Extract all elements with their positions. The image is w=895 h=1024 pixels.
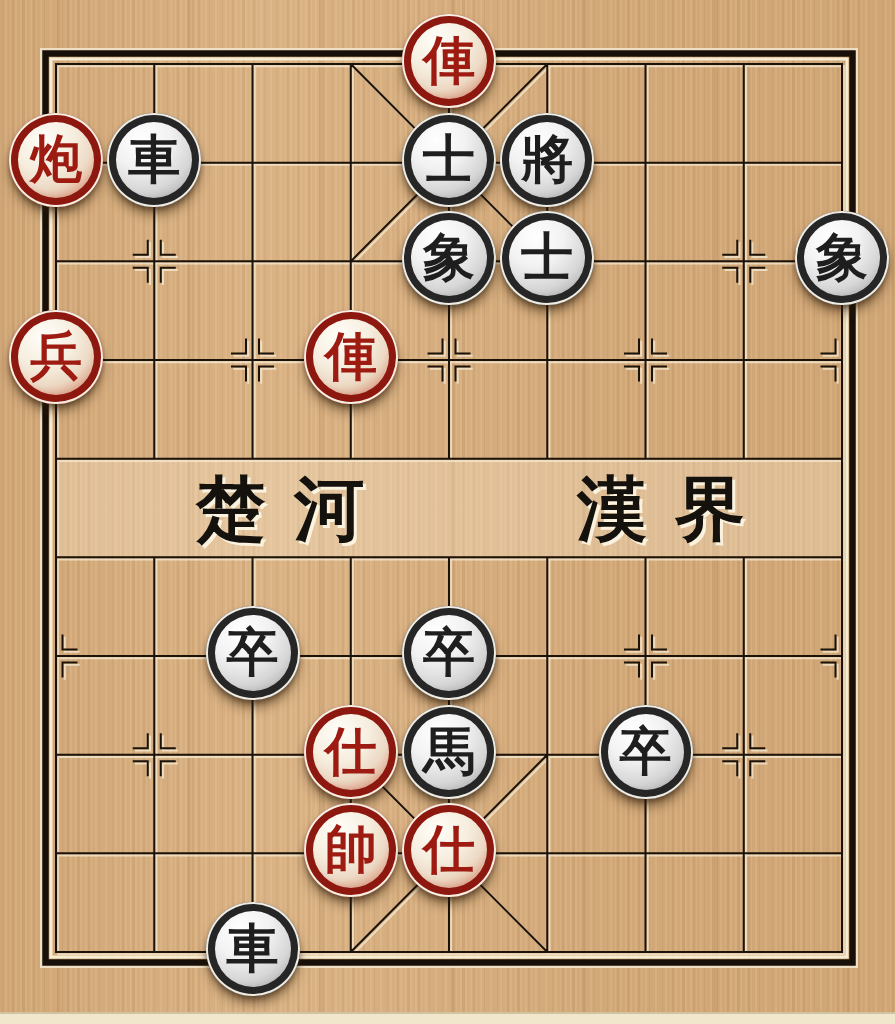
piece-glyph: 卒 [423, 626, 475, 678]
piece-glyph: 帥 [325, 823, 377, 875]
piece-glyph: 炮 [30, 133, 82, 185]
piece-glyph: 士 [521, 231, 573, 283]
piece-glyph: 俥 [423, 34, 475, 86]
piece-glyph: 仕 [325, 725, 377, 777]
piece-black-advisor[interactable]: 士 [500, 211, 594, 305]
table-edge [0, 1012, 895, 1024]
piece-red-advisor[interactable]: 仕 [402, 803, 496, 897]
piece-black-soldier[interactable]: 卒 [402, 606, 496, 700]
piece-glyph: 將 [521, 133, 573, 185]
river-label-left: 楚河 [196, 473, 392, 545]
piece-red-chariot[interactable]: 俥 [304, 310, 398, 404]
piece-black-horse[interactable]: 馬 [402, 705, 496, 799]
piece-black-chariot[interactable]: 車 [107, 113, 201, 207]
piece-black-elephant[interactable]: 象 [402, 211, 496, 305]
piece-glyph: 仕 [423, 823, 475, 875]
piece-black-soldier[interactable]: 卒 [599, 705, 693, 799]
piece-black-general[interactable]: 將 [500, 113, 594, 207]
piece-red-general[interactable]: 帥 [304, 803, 398, 897]
piece-glyph: 車 [128, 133, 180, 185]
piece-glyph: 象 [423, 231, 475, 283]
piece-black-elephant[interactable]: 象 [795, 211, 889, 305]
river-label-right: 漢界 [577, 473, 773, 545]
piece-glyph: 象 [816, 231, 868, 283]
xiangqi-app: 楚河 漢界 俥炮車士將象士象兵俥卒卒仕馬卒帥仕車 [0, 0, 895, 1024]
piece-glyph: 兵 [30, 330, 82, 382]
piece-glyph: 卒 [620, 725, 672, 777]
piece-red-chariot[interactable]: 俥 [402, 14, 496, 108]
piece-black-chariot[interactable]: 車 [206, 902, 300, 996]
piece-glyph: 士 [423, 133, 475, 185]
piece-glyph: 卒 [227, 626, 279, 678]
piece-red-advisor[interactable]: 仕 [304, 705, 398, 799]
piece-glyph: 馬 [423, 725, 475, 777]
piece-black-soldier[interactable]: 卒 [206, 606, 300, 700]
piece-red-cannon[interactable]: 炮 [9, 113, 103, 207]
piece-black-advisor[interactable]: 士 [402, 113, 496, 207]
piece-glyph: 俥 [325, 330, 377, 382]
piece-glyph: 車 [227, 922, 279, 974]
piece-red-soldier[interactable]: 兵 [9, 310, 103, 404]
